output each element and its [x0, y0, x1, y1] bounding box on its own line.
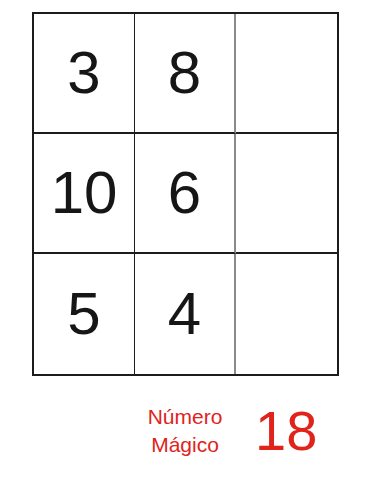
- cell-value: 8: [168, 43, 201, 103]
- cell-r2c3-empty[interactable]: [236, 134, 337, 254]
- cell-r3c2: 4: [135, 254, 236, 374]
- cell-r1c3-empty[interactable]: [236, 14, 337, 134]
- cell-r2c1: 10: [34, 134, 135, 254]
- cell-value: 10: [51, 163, 118, 223]
- cell-value: 6: [168, 163, 201, 223]
- magic-square-worksheet: 3 8 10 6 5 4 Número Mágico 18: [0, 0, 378, 486]
- cell-r1c1: 3: [34, 14, 135, 134]
- cell-value: 3: [67, 43, 100, 103]
- cell-value: 5: [67, 284, 100, 344]
- magic-number-footer: Número Mágico 18: [0, 398, 378, 468]
- magic-square-grid: 3 8 10 6 5 4: [32, 12, 339, 376]
- magic-number-value: 18: [255, 405, 317, 457]
- cell-r3c3-empty[interactable]: [236, 254, 337, 374]
- cell-value: 4: [168, 284, 201, 344]
- magic-number-label: Número Mágico: [128, 403, 242, 459]
- magic-number-label-line2: Mágico: [128, 431, 242, 459]
- magic-number-label-line1: Número: [128, 403, 242, 431]
- cell-r3c1: 5: [34, 254, 135, 374]
- cell-r1c2: 8: [135, 14, 236, 134]
- cell-r2c2: 6: [135, 134, 236, 254]
